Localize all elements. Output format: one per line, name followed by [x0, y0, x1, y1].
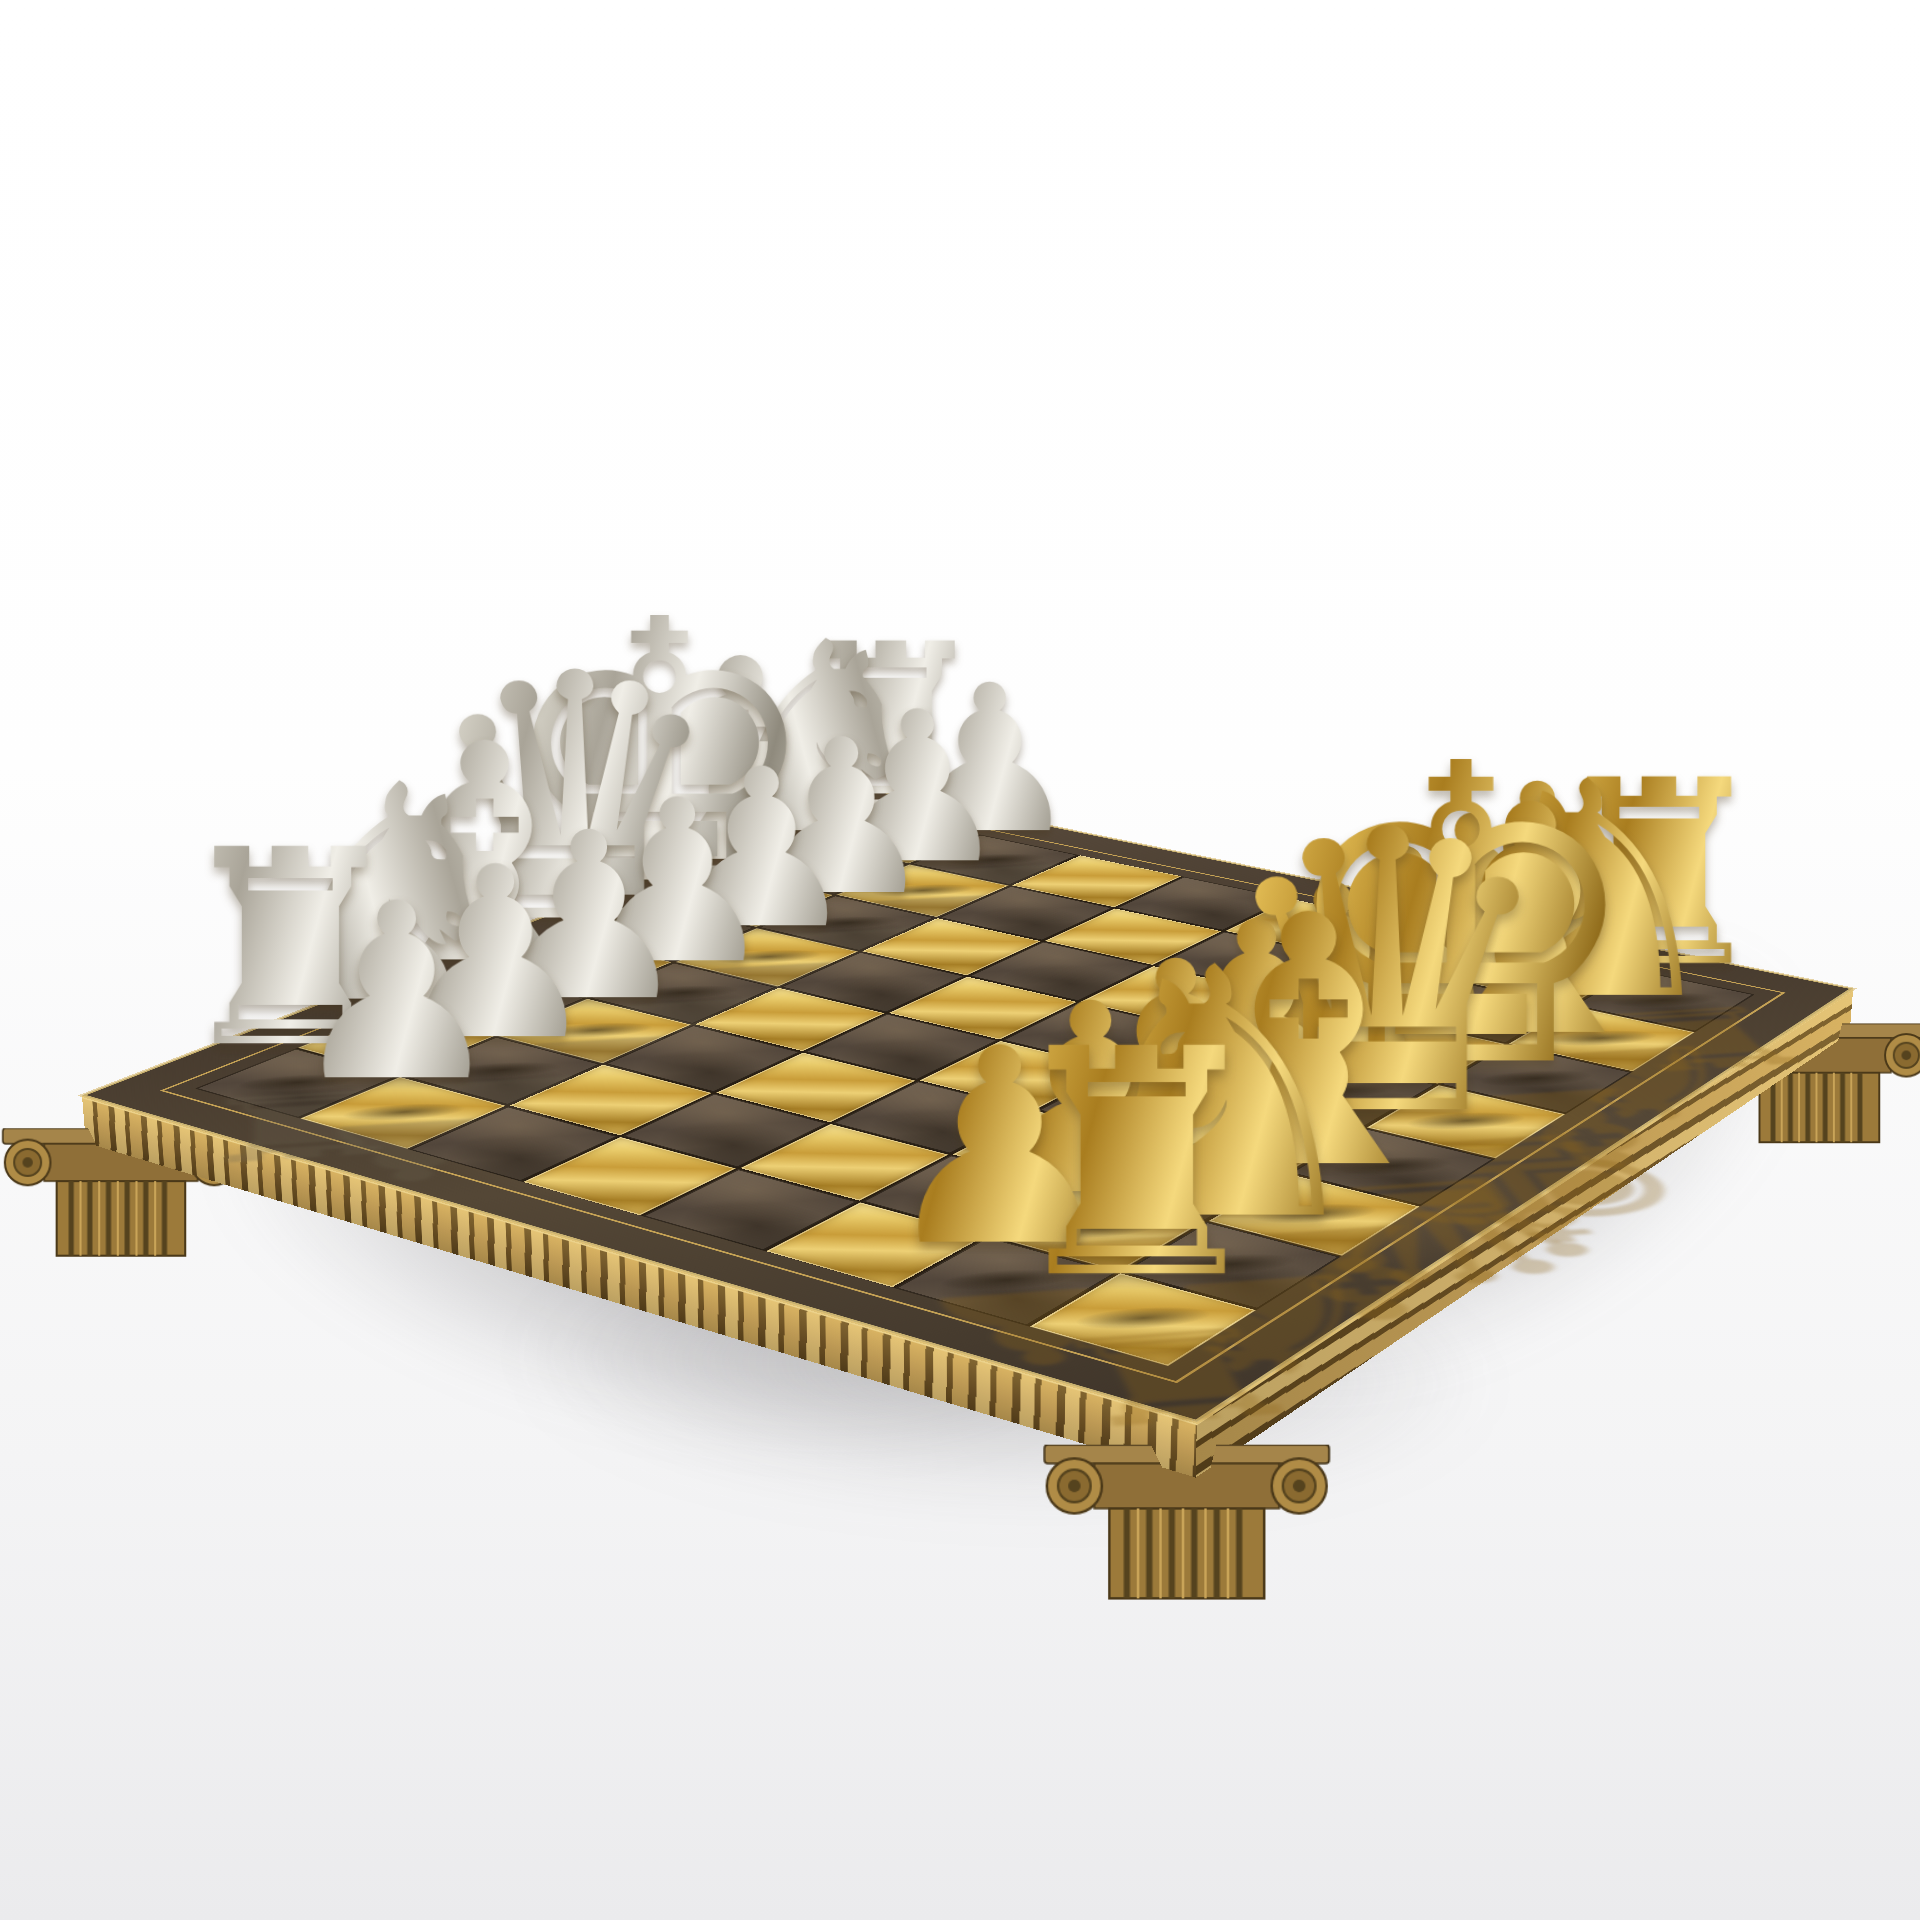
piece-black-rook: ♜	[898, 1009, 1376, 1322]
product-photo-background: ♜♜♟♟♟♟♜♜♞♞♟♟♟♟♞♞♝♝♟♟♟♟♝♝♚♚♟♟♟♟♚♚♛♛♟♟♟♟♛♛…	[0, 0, 1920, 1920]
playfield-grid: ♜♜♟♟♟♟♜♜♞♞♟♟♟♟♞♞♝♝♟♟♟♟♝♝♚♚♟♟♟♟♚♚♛♛♟♟♟♟♛♛…	[196, 815, 1755, 1366]
piece-white-pawn: ♟	[186, 871, 607, 1115]
chess-board: ♜♜♟♟♟♟♜♜♞♞♟♟♟♟♞♞♝♝♟♟♟♟♝♝♚♚♟♟♟♟♚♚♛♛♟♟♟♟♛♛…	[82, 790, 1853, 1422]
